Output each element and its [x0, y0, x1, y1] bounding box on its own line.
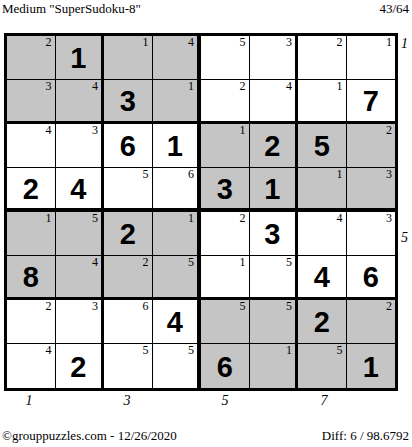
sudoku-board: 2114532134312417436112522456311315212343… — [4, 33, 398, 391]
pencil-mark: 1 — [240, 124, 246, 137]
cell-r1c5[interactable]: 5 — [201, 36, 250, 80]
pencil-mark: 4 — [92, 80, 98, 93]
row-label-5: 5 — [401, 230, 408, 246]
col-label-5: 5 — [215, 393, 235, 409]
pencil-mark: 5 — [188, 256, 194, 269]
pencil-mark: 5 — [337, 344, 343, 357]
pencil-mark: 2 — [46, 300, 52, 313]
cell-r7c3[interactable]: 6 — [104, 300, 153, 344]
pencil-mark: 4 — [92, 256, 98, 269]
cell-r1c2[interactable]: 1 — [56, 36, 105, 80]
cell-value: 4 — [314, 261, 330, 292]
puzzle-title: Medium "SuperSudoku-8" — [2, 1, 141, 17]
cell-value: 4 — [167, 306, 183, 337]
cell-value: 6 — [120, 130, 136, 161]
cell-value: 4 — [70, 173, 86, 204]
cell-value: 2 — [314, 306, 330, 337]
cell-r7c2[interactable]: 3 — [56, 300, 105, 344]
cell-r3c5[interactable]: 1 — [201, 124, 250, 168]
pencil-mark: 2 — [386, 124, 392, 137]
cell-r6c5[interactable]: 1 — [201, 256, 250, 300]
cell-value: 6 — [217, 351, 233, 382]
cell-value: 2 — [120, 218, 136, 249]
cell-value: 2 — [23, 173, 39, 204]
pencil-mark: 1 — [143, 36, 149, 49]
pencil-mark: 1 — [46, 212, 52, 225]
cell-r1c6[interactable]: 3 — [250, 36, 299, 80]
cell-r2c6[interactable]: 4 — [250, 80, 299, 124]
pencil-mark: 4 — [46, 124, 52, 137]
cell-r4c8[interactable]: 3 — [347, 168, 396, 212]
cell-r7c8[interactable]: 2 — [347, 300, 396, 344]
difficulty-text: Diff: 6 / 98.6792 — [322, 428, 409, 444]
cell-r2c7[interactable]: 1 — [298, 80, 347, 124]
cell-r1c3[interactable]: 1 — [104, 36, 153, 80]
cell-value: 3 — [264, 218, 280, 249]
pencil-mark: 2 — [386, 300, 392, 313]
pencil-mark: 3 — [92, 300, 98, 313]
pencil-mark: 5 — [286, 300, 292, 313]
cell-value: 2 — [264, 130, 280, 161]
pencil-mark: 3 — [286, 36, 292, 49]
pencil-mark: 5 — [240, 36, 246, 49]
cell-value: 7 — [363, 85, 379, 116]
cell-r4c6[interactable]: 1 — [250, 168, 299, 212]
cell-r4c1[interactable]: 2 — [7, 168, 56, 212]
pencil-mark: 3 — [46, 80, 52, 93]
pencil-mark: 1 — [188, 212, 194, 225]
pencil-mark: 5 — [240, 300, 246, 313]
cell-value: 2 — [70, 351, 86, 382]
cell-r3c7[interactable]: 5 — [298, 124, 347, 168]
pencil-mark: 1 — [286, 344, 292, 357]
pencil-mark: 4 — [337, 212, 343, 225]
pencil-mark: 1 — [386, 36, 392, 49]
col-label-1: 1 — [19, 393, 39, 409]
cell-r1c1[interactable]: 2 — [7, 36, 56, 80]
cell-r5c7[interactable]: 4 — [298, 212, 347, 256]
cell-r6c4[interactable]: 5 — [153, 256, 202, 300]
cell-r4c5[interactable]: 3 — [201, 168, 250, 212]
cell-r7c1[interactable]: 2 — [7, 300, 56, 344]
cell-r7c5[interactable]: 5 — [201, 300, 250, 344]
cell-r8c4[interactable]: 5 — [153, 344, 202, 388]
pencil-mark: 2 — [337, 36, 343, 49]
cell-r4c7[interactable]: 1 — [298, 168, 347, 212]
pencil-mark: 5 — [188, 344, 194, 357]
cell-r3c8[interactable]: 2 — [347, 124, 396, 168]
cell-r5c3[interactable]: 2 — [104, 212, 153, 256]
cell-r1c7[interactable]: 2 — [298, 36, 347, 80]
cell-value: 3 — [120, 85, 136, 116]
cell-r5c4[interactable]: 1 — [153, 212, 202, 256]
pencil-mark: 5 — [286, 256, 292, 269]
cell-r3c4[interactable]: 1 — [153, 124, 202, 168]
cell-r2c1[interactable]: 3 — [7, 80, 56, 124]
col-label-3: 3 — [117, 393, 137, 409]
pencil-mark: 6 — [188, 168, 194, 181]
pencil-mark: 4 — [188, 36, 194, 49]
pencil-mark: 1 — [240, 256, 246, 269]
cell-r5c1[interactable]: 1 — [7, 212, 56, 256]
pencil-mark: 3 — [92, 124, 98, 137]
cell-r5c2[interactable]: 5 — [56, 212, 105, 256]
cell-value: 1 — [70, 42, 86, 73]
cell-value: 3 — [217, 173, 233, 204]
pencil-mark: 5 — [143, 168, 149, 181]
pencil-mark: 4 — [46, 344, 52, 357]
cell-value: 6 — [363, 261, 379, 292]
cell-r6c3[interactable]: 2 — [104, 256, 153, 300]
cell-r1c4[interactable]: 4 — [153, 36, 202, 80]
pencil-mark: 4 — [286, 80, 292, 93]
cell-r4c4[interactable]: 6 — [153, 168, 202, 212]
cell-r6c1[interactable]: 8 — [7, 256, 56, 300]
pencil-mark: 1 — [337, 80, 343, 93]
copyright-text: ©grouppuzzles.com - 12/26/2020 — [2, 428, 177, 444]
cell-value: 8 — [23, 261, 39, 292]
cell-value: 1 — [167, 130, 183, 161]
cell-r6c6[interactable]: 5 — [250, 256, 299, 300]
cell-r8c5[interactable]: 6 — [201, 344, 250, 388]
cell-r2c4[interactable]: 1 — [153, 80, 202, 124]
cell-r3c1[interactable]: 4 — [7, 124, 56, 168]
pencil-mark: 2 — [46, 36, 52, 49]
cell-r8c1[interactable]: 4 — [7, 344, 56, 388]
cell-r6c2[interactable]: 4 — [56, 256, 105, 300]
cell-r4c2[interactable]: 4 — [56, 168, 105, 212]
pencil-mark: 5 — [143, 344, 149, 357]
pencil-mark: 2 — [240, 212, 246, 225]
pencil-mark: 3 — [386, 168, 392, 181]
pencil-mark: 6 — [143, 300, 149, 313]
cell-r7c7[interactable]: 2 — [298, 300, 347, 344]
cell-r4c3[interactable]: 5 — [104, 168, 153, 212]
cell-r2c5[interactable]: 2 — [201, 80, 250, 124]
pencil-mark: 3 — [386, 212, 392, 225]
pencil-mark: 1 — [337, 168, 343, 181]
cell-r2c8[interactable]: 7 — [347, 80, 396, 124]
cell-r8c7[interactable]: 5 — [298, 344, 347, 388]
cell-value: 1 — [363, 351, 379, 382]
row-label-1: 1 — [401, 36, 408, 52]
cell-r6c8[interactable]: 6 — [347, 256, 396, 300]
cell-r5c8[interactable]: 3 — [347, 212, 396, 256]
pencil-mark: 5 — [92, 212, 98, 225]
cell-value: 1 — [264, 173, 280, 204]
cell-r5c6[interactable]: 3 — [250, 212, 299, 256]
cell-r6c7[interactable]: 4 — [298, 256, 347, 300]
cell-r2c2[interactable]: 4 — [56, 80, 105, 124]
pencil-mark: 2 — [240, 80, 246, 93]
cell-r2c3[interactable]: 3 — [104, 80, 153, 124]
col-label-7: 7 — [314, 393, 334, 409]
cell-r3c6[interactable]: 2 — [250, 124, 299, 168]
cell-r8c6[interactable]: 1 — [250, 344, 299, 388]
cell-r5c5[interactable]: 2 — [201, 212, 250, 256]
cell-r8c2[interactable]: 2 — [56, 344, 105, 388]
cell-r3c3[interactable]: 6 — [104, 124, 153, 168]
cell-r8c3[interactable]: 5 — [104, 344, 153, 388]
cell-r1c8[interactable]: 1 — [347, 36, 396, 80]
pencil-mark: 2 — [143, 256, 149, 269]
cell-r3c2[interactable]: 3 — [56, 124, 105, 168]
cell-value: 5 — [314, 130, 330, 161]
cell-r8c8[interactable]: 1 — [347, 344, 396, 388]
cell-r7c4[interactable]: 4 — [153, 300, 202, 344]
cell-r7c6[interactable]: 5 — [250, 300, 299, 344]
progress-counter: 43/64 — [379, 1, 409, 17]
pencil-mark: 1 — [188, 80, 194, 93]
